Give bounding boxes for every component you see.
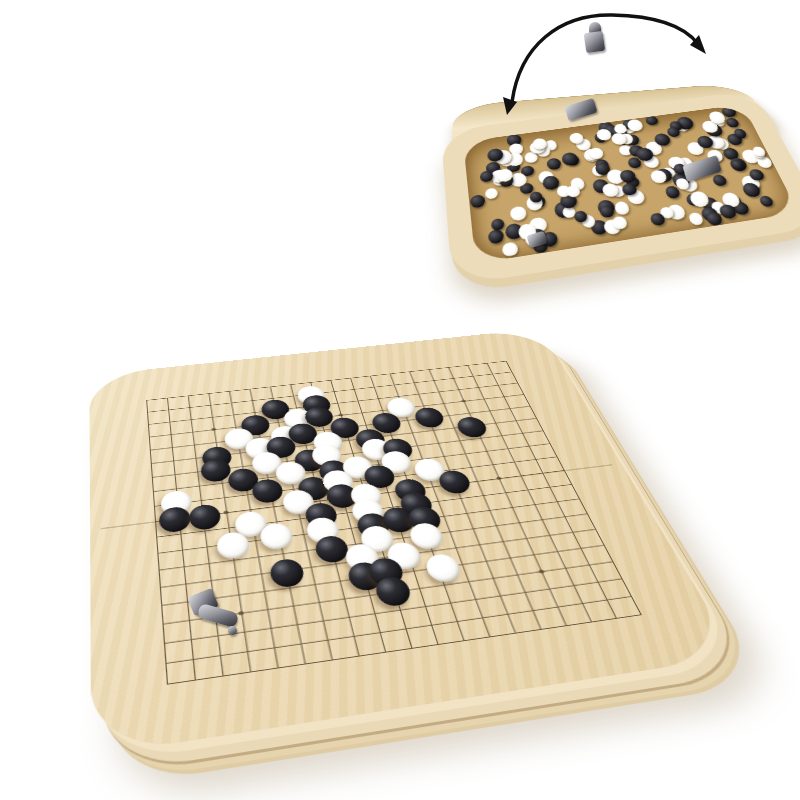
product-photo-scene xyxy=(0,0,800,800)
star-point xyxy=(496,476,502,480)
white-stone[interactable] xyxy=(422,552,463,583)
black-stone xyxy=(724,117,740,128)
board-wood-surface xyxy=(89,328,736,756)
black-stone[interactable] xyxy=(454,416,490,439)
black-stone xyxy=(758,195,776,208)
black-stone[interactable] xyxy=(188,503,222,531)
lid-clasp-icon[interactable] xyxy=(582,22,610,56)
white-stone xyxy=(502,242,519,258)
black-stone[interactable] xyxy=(313,535,351,565)
stone-tray xyxy=(463,104,799,263)
black-stone xyxy=(488,228,505,244)
black-stone xyxy=(545,157,562,171)
black-stone xyxy=(645,116,659,126)
black-stone xyxy=(470,194,486,209)
black-stone[interactable] xyxy=(268,557,306,588)
clasp-lever xyxy=(197,603,240,628)
white-stone xyxy=(485,188,499,200)
star-point xyxy=(338,414,343,417)
white-stone xyxy=(613,201,631,215)
star-point xyxy=(211,428,216,431)
clasp-pin xyxy=(228,626,237,635)
lid-clasp-plate xyxy=(584,31,606,53)
go-board[interactable] xyxy=(89,328,736,756)
star-point xyxy=(224,510,230,514)
star-point xyxy=(538,569,545,573)
black-stone[interactable] xyxy=(412,406,447,428)
white-stone xyxy=(509,206,527,222)
black-stone xyxy=(711,174,729,187)
black-stone[interactable] xyxy=(435,469,473,495)
clasp-icon[interactable] xyxy=(188,590,252,654)
star-point xyxy=(461,400,467,403)
